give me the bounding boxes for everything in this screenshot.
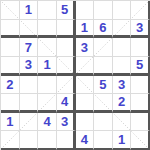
cell-r6c4-given[interactable]: 4 — [57, 94, 76, 113]
cell-r3c5-given[interactable]: 3 — [76, 38, 95, 57]
cell-r7c6-empty[interactable] — [94, 113, 113, 132]
cell-r1c6-empty[interactable] — [94, 1, 113, 20]
sudoku-board: 15163733152534214341 — [0, 0, 150, 150]
cell-r2c8-given[interactable]: 3 — [131, 20, 150, 39]
cell-r7c8-empty[interactable] — [131, 113, 150, 132]
cell-r6c8-empty[interactable] — [131, 94, 150, 113]
cell-r2c2-empty[interactable] — [20, 20, 39, 39]
cell-r4c2-given[interactable]: 3 — [20, 57, 39, 76]
cell-r8c7-given[interactable]: 1 — [113, 131, 132, 150]
cell-r5c1-given[interactable]: 2 — [1, 76, 20, 95]
cell-r6c6-empty[interactable] — [94, 94, 113, 113]
cell-r4c8-given[interactable]: 5 — [131, 57, 150, 76]
cell-r2c5-given[interactable]: 1 — [76, 20, 95, 39]
cell-r6c3-empty[interactable] — [38, 94, 57, 113]
cell-r5c6-given[interactable]: 5 — [94, 76, 113, 95]
cell-r2c1-empty[interactable] — [1, 20, 20, 39]
cell-r6c1-empty[interactable] — [1, 94, 20, 113]
cell-r6c2-empty[interactable] — [20, 94, 39, 113]
cell-r7c4-given[interactable]: 3 — [57, 113, 76, 132]
cell-r3c7-empty[interactable] — [113, 38, 132, 57]
cell-r1c4-given[interactable]: 5 — [57, 1, 76, 20]
cell-r7c7-empty[interactable] — [113, 113, 132, 132]
cell-r8c5-given[interactable]: 4 — [76, 131, 95, 150]
cell-r3c4-empty[interactable] — [57, 38, 76, 57]
cell-r1c8-empty[interactable] — [131, 1, 150, 20]
cell-r1c1-empty[interactable] — [1, 1, 20, 20]
cell-r8c6-empty[interactable] — [94, 131, 113, 150]
cell-r5c8-empty[interactable] — [131, 76, 150, 95]
cell-r8c1-empty[interactable] — [1, 131, 20, 150]
cell-r4c5-empty[interactable] — [76, 57, 95, 76]
cell-r3c2-given[interactable]: 7 — [20, 38, 39, 57]
cell-r8c3-empty[interactable] — [38, 131, 57, 150]
cell-r6c7-given[interactable]: 2 — [113, 94, 132, 113]
cell-r3c3-empty[interactable] — [38, 38, 57, 57]
cell-r2c3-empty[interactable] — [38, 20, 57, 39]
cell-r2c4-empty[interactable] — [57, 20, 76, 39]
cell-r5c3-empty[interactable] — [38, 76, 57, 95]
cell-r8c2-empty[interactable] — [20, 131, 39, 150]
cell-r1c5-empty[interactable] — [76, 1, 95, 20]
cell-r4c4-empty[interactable] — [57, 57, 76, 76]
cell-r5c2-empty[interactable] — [20, 76, 39, 95]
cell-r5c5-empty[interactable] — [76, 76, 95, 95]
cell-r7c5-empty[interactable] — [76, 113, 95, 132]
cell-r2c6-given[interactable]: 6 — [94, 20, 113, 39]
cell-r3c1-empty[interactable] — [1, 38, 20, 57]
cell-r4c3-given[interactable]: 1 — [38, 57, 57, 76]
cell-r8c4-empty[interactable] — [57, 131, 76, 150]
cell-r5c7-given[interactable]: 3 — [113, 76, 132, 95]
sudoku-grid: 15163733152534214341 — [0, 0, 150, 150]
cell-r7c1-given[interactable]: 1 — [1, 113, 20, 132]
cell-r3c6-empty[interactable] — [94, 38, 113, 57]
cell-r7c2-empty[interactable] — [20, 113, 39, 132]
cell-r1c7-empty[interactable] — [113, 1, 132, 20]
cell-r4c7-empty[interactable] — [113, 57, 132, 76]
cell-r6c5-empty[interactable] — [76, 94, 95, 113]
cell-r2c7-empty[interactable] — [113, 20, 132, 39]
cell-r4c6-empty[interactable] — [94, 57, 113, 76]
cell-r1c3-empty[interactable] — [38, 1, 57, 20]
cell-r1c2-given[interactable]: 1 — [20, 1, 39, 20]
cell-r4c1-empty[interactable] — [1, 57, 20, 76]
cell-r5c4-empty[interactable] — [57, 76, 76, 95]
cell-r7c3-given[interactable]: 4 — [38, 113, 57, 132]
cell-r8c8-empty[interactable] — [131, 131, 150, 150]
cell-r3c8-empty[interactable] — [131, 38, 150, 57]
